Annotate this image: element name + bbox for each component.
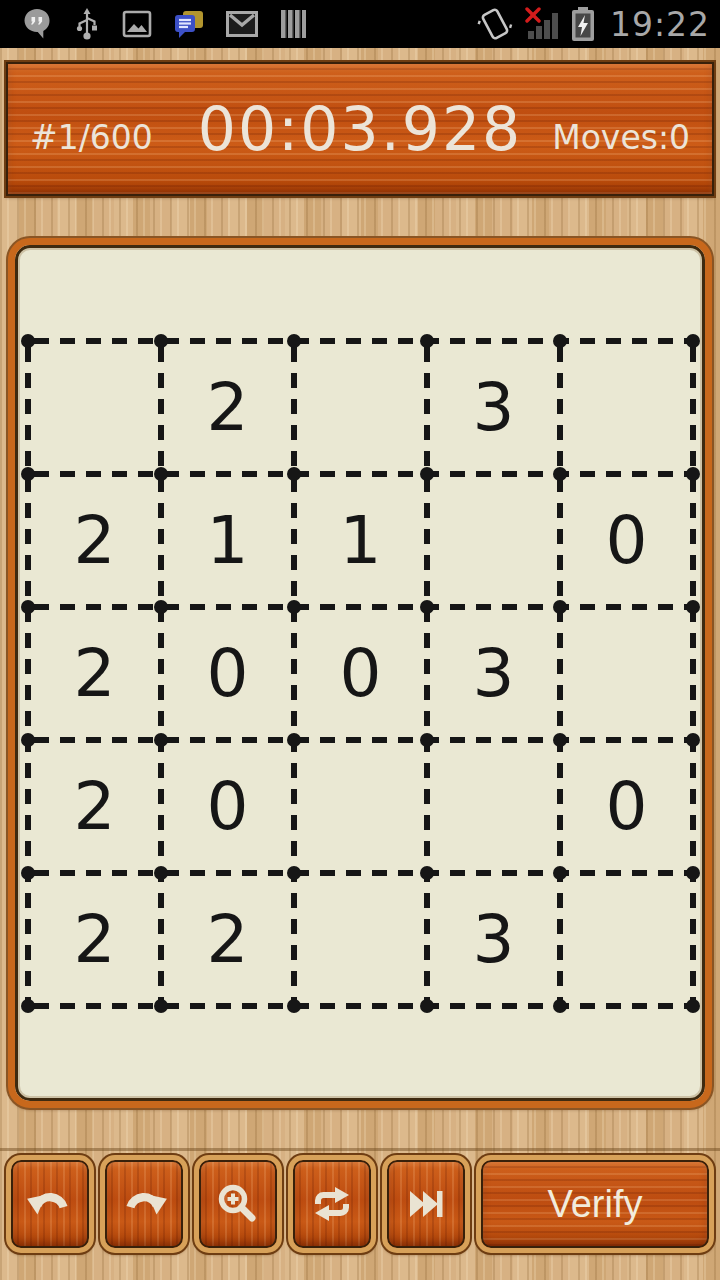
wood-plank-seam — [0, 1148, 720, 1151]
system-status-icons: 19:22 — [475, 4, 710, 44]
zoom-in-icon — [214, 1180, 262, 1228]
undo-button[interactable] — [6, 1155, 94, 1253]
gallery-icon — [122, 9, 152, 39]
redo-icon — [119, 1179, 169, 1229]
notification-icons — [22, 7, 309, 41]
usb-icon — [73, 7, 101, 41]
restart-icon — [308, 1180, 356, 1228]
verify-button[interactable]: Verify — [476, 1155, 714, 1253]
status-bar: 19:22 — [0, 0, 720, 48]
puzzle-info-panel: #1/600 00:03.928 Moves:0 — [6, 62, 714, 196]
battery-charging-icon — [569, 6, 597, 42]
signal-no-service-icon — [524, 7, 560, 41]
redo-button[interactable] — [100, 1155, 188, 1253]
vibrate-phone-icon — [475, 4, 515, 44]
restart-button[interactable] — [288, 1155, 376, 1253]
timer: 00:03.928 — [198, 94, 523, 164]
gmail-icon — [226, 11, 258, 37]
verify-button-label: Verify — [547, 1183, 642, 1226]
moves-counter: Moves:0 — [522, 118, 690, 157]
barcode-icon — [279, 8, 309, 40]
clock: 19:22 — [610, 5, 710, 44]
puzzle-index: #1/600 — [30, 118, 198, 157]
zoom-in-button[interactable] — [194, 1155, 282, 1253]
app-screen: 19:22 #1/600 00:03.928 Moves:0 232110200… — [0, 0, 720, 1280]
skip-next-button[interactable] — [382, 1155, 470, 1253]
board-panel: 2321102003200223 — [8, 238, 712, 1108]
slitherlink-grid[interactable]: 2321102003200223 — [28, 341, 693, 1006]
grid-lines — [18, 331, 703, 1016]
chat-bubble-icon — [22, 7, 52, 41]
skip-next-icon — [402, 1180, 450, 1228]
messages-icon — [173, 8, 205, 40]
undo-icon — [25, 1179, 75, 1229]
